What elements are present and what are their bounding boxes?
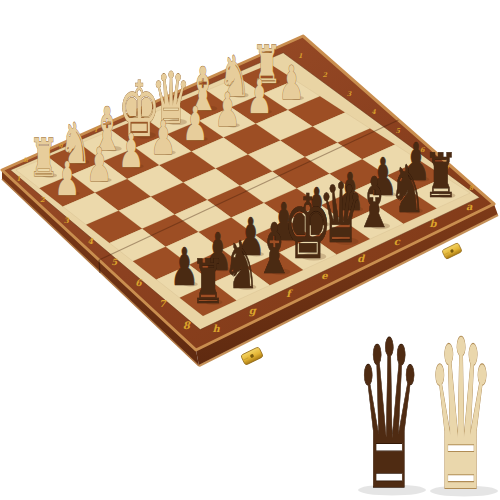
rank-label-right-4: 4 <box>371 108 376 116</box>
chessboard-scene: 12345678abcdefghabcdefgh12345678♜♞♟♝♟♛♟♚… <box>0 0 500 500</box>
white-pawn-h2: ♟ <box>54 151 80 205</box>
rank-label-4: 4 <box>88 236 94 246</box>
white-pawn-g2: ♟ <box>86 138 112 192</box>
rank-label-right-2: 2 <box>322 71 327 79</box>
file-label-near-a: a <box>466 201 473 212</box>
black-knight-b8: ♞ <box>389 151 426 228</box>
white-pawn-e2: ♟ <box>150 110 176 164</box>
white-pawn-a2: ♟ <box>279 56 305 110</box>
brass-clasp-left <box>241 347 264 366</box>
black-rook-a8: ♜ <box>424 140 458 211</box>
white-pawn-b2: ♟ <box>246 69 272 123</box>
rank-label-1: 1 <box>16 175 21 182</box>
rank-label-3: 3 <box>64 216 70 225</box>
file-label-near-h: h <box>212 323 220 334</box>
white-pawn-c2: ♟ <box>214 83 240 137</box>
brass-clasp-right <box>442 243 463 260</box>
black-rook-h8: ♜ <box>191 247 225 318</box>
white-pawn-d2: ♟ <box>182 97 208 151</box>
rank-label-right-5: 5 <box>396 127 401 135</box>
light-queen-display-piece: ♛ <box>428 296 495 500</box>
rank-label-5: 5 <box>111 257 118 267</box>
product-photo: 12345678abcdefghabcdefgh12345678♜♞♟♝♟♛♟♚… <box>0 0 500 500</box>
dark-queen-display-piece: ♛ <box>356 297 422 500</box>
file-label-far-h: h <box>24 156 29 163</box>
black-bishop-f8: ♝ <box>255 208 294 290</box>
file-label-near-b: b <box>430 218 438 229</box>
white-pawn-f2: ♟ <box>118 124 144 178</box>
rank-label-right-3: 3 <box>347 90 352 98</box>
file-label-near-c: c <box>394 236 401 247</box>
black-knight-g8: ♞ <box>223 227 260 304</box>
